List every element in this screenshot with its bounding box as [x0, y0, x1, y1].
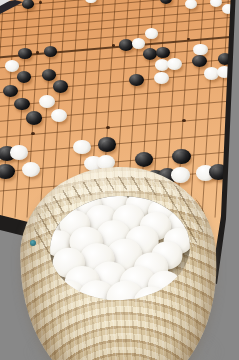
black-stone-glyph: ●	[131, 74, 142, 86]
black-stone: ●	[129, 74, 144, 86]
white-stone-glyph: ●	[87, 0, 95, 3]
black-stone: ●	[53, 80, 68, 92]
white-stone-glyph: ●	[174, 167, 187, 182]
white-stone-glyph: ●	[147, 28, 156, 39]
basket-accent-item	[30, 240, 36, 246]
black-stone-glyph: ●	[17, 98, 28, 111]
black-stone: ●	[98, 137, 116, 151]
black-stone-glyph: ●	[55, 81, 66, 93]
white-stone: ●	[5, 60, 19, 72]
white-stone-glyph: ●	[53, 109, 64, 122]
white-stone: ●	[22, 162, 40, 177]
black-stone-glyph: ●	[24, 0, 32, 9]
black-stone: ●	[14, 98, 30, 111]
black-stone-glyph: ●	[121, 39, 131, 50]
black-stone-glyph: ●	[162, 0, 170, 4]
star-point	[182, 119, 186, 122]
black-stone-glyph: ●	[137, 152, 150, 167]
go-board-photo: ●●●●●●●●●●●●●●●●●●●●●●●●●●●●●●●●●●●●●●●●…	[0, 0, 239, 360]
black-stone: ●	[17, 71, 32, 83]
white-stone-glyph: ●	[13, 145, 25, 159]
white-stone: ●	[39, 95, 55, 108]
white-stone: ●	[145, 28, 158, 39]
star-point	[39, 1, 42, 3]
white-stone-glyph: ●	[156, 72, 167, 84]
black-stone: ●	[42, 69, 57, 81]
black-stone-glyph: ●	[195, 56, 205, 68]
black-stone-glyph: ●	[19, 71, 29, 83]
black-stone: ●	[119, 39, 133, 50]
white-stone: ●	[73, 140, 91, 154]
black-stone: ●	[22, 0, 34, 9]
white-stone-glyph: ●	[24, 162, 37, 177]
white-stone: ●	[171, 167, 190, 183]
black-stone-glyph: ●	[145, 48, 155, 59]
white-stone-glyph: ●	[212, 0, 221, 7]
black-stone-glyph: ●	[46, 46, 56, 57]
white-stone-glyph: ●	[157, 59, 167, 71]
white-stone-glyph: ●	[134, 38, 144, 49]
black-stone-glyph: ●	[0, 164, 12, 179]
white-stone-glyph: ●	[170, 58, 180, 70]
white-stone-glyph: ●	[76, 140, 88, 154]
black-stone: ●	[135, 152, 153, 167]
white-stone-glyph: ●	[7, 60, 17, 71]
black-stone-glyph: ●	[101, 138, 113, 152]
star-point	[112, 44, 115, 47]
white-stone-glyph: ●	[187, 0, 196, 9]
white-stone: ●	[167, 58, 182, 70]
white-stone-glyph: ●	[42, 96, 53, 109]
star-point	[106, 126, 110, 129]
black-stone: ●	[172, 149, 190, 164]
white-stone: ●	[154, 72, 169, 84]
black-stone-glyph: ●	[44, 69, 54, 81]
black-stone-glyph: ●	[28, 111, 39, 124]
black-stone: ●	[26, 111, 42, 124]
black-stone-glyph: ●	[175, 149, 188, 164]
white-stone-glyph: ●	[206, 67, 217, 79]
white-stone: ●	[10, 145, 28, 159]
black-stone-glyph: ●	[20, 48, 30, 59]
black-stone-glyph: ●	[5, 85, 16, 97]
